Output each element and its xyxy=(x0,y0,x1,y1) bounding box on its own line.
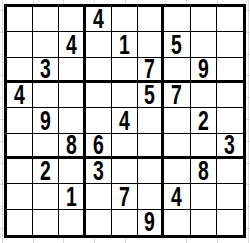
given-digit: 9 xyxy=(40,108,51,133)
cell-r3c8[interactable]: 9 xyxy=(191,58,217,83)
cell-r9c5[interactable] xyxy=(112,210,138,235)
given-digit: 3 xyxy=(224,134,235,159)
given-digit: 1 xyxy=(66,184,77,209)
cell-r9c7[interactable] xyxy=(164,210,190,235)
given-digit: 5 xyxy=(172,32,183,57)
cell-r3c6[interactable]: 7 xyxy=(138,58,164,83)
cell-r5c5[interactable]: 4 xyxy=(112,108,138,133)
cell-r7c8[interactable]: 8 xyxy=(191,159,217,184)
cell-r4c9[interactable] xyxy=(217,83,243,108)
cell-r7c6[interactable] xyxy=(138,159,164,184)
cell-r9c3[interactable] xyxy=(59,210,85,235)
cell-r6c6[interactable] xyxy=(138,134,164,159)
cell-r1c4[interactable]: 4 xyxy=(86,7,112,32)
cell-r8c4[interactable] xyxy=(86,184,112,209)
given-digit: 6 xyxy=(93,134,104,159)
cell-r4c2[interactable] xyxy=(33,83,59,108)
cell-r3c7[interactable] xyxy=(164,58,190,83)
cell-r8c3[interactable]: 1 xyxy=(59,184,85,209)
given-digit: 7 xyxy=(172,83,183,108)
cell-r9c1[interactable] xyxy=(7,210,33,235)
cell-r2c8[interactable] xyxy=(191,32,217,57)
cell-r7c7[interactable] xyxy=(164,159,190,184)
cell-r6c4[interactable]: 6 xyxy=(86,134,112,159)
cell-r4c8[interactable] xyxy=(191,83,217,108)
cell-r9c9[interactable] xyxy=(217,210,243,235)
given-digit: 9 xyxy=(144,210,155,235)
cell-r5c6[interactable] xyxy=(138,108,164,133)
cell-r9c8[interactable] xyxy=(191,210,217,235)
cell-r2c1[interactable] xyxy=(7,32,33,57)
cell-r1c9[interactable] xyxy=(217,7,243,32)
cell-r2c2[interactable] xyxy=(33,32,59,57)
cell-r6c2[interactable] xyxy=(33,134,59,159)
cell-r6c7[interactable] xyxy=(164,134,190,159)
cell-r4c4[interactable] xyxy=(86,83,112,108)
given-digit: 4 xyxy=(66,32,77,57)
cell-r2c7[interactable]: 5 xyxy=(164,32,190,57)
cell-r3c9[interactable] xyxy=(217,58,243,83)
cell-r7c2[interactable]: 2 xyxy=(33,159,59,184)
cell-r2c5[interactable]: 1 xyxy=(112,32,138,57)
cell-r7c9[interactable] xyxy=(217,159,243,184)
cell-r5c9[interactable] xyxy=(217,108,243,133)
cell-r8c6[interactable] xyxy=(138,184,164,209)
given-digit: 8 xyxy=(198,159,209,184)
given-digit: 2 xyxy=(198,108,209,133)
given-digit: 7 xyxy=(119,184,130,209)
cell-r8c5[interactable]: 7 xyxy=(112,184,138,209)
cell-r3c4[interactable] xyxy=(86,58,112,83)
cell-r9c6[interactable]: 9 xyxy=(138,210,164,235)
cell-r3c1[interactable] xyxy=(7,58,33,83)
given-digit: 8 xyxy=(66,134,77,159)
given-digit: 3 xyxy=(40,58,51,83)
cell-r8c1[interactable] xyxy=(7,184,33,209)
cell-r7c3[interactable] xyxy=(59,159,85,184)
cell-r1c6[interactable] xyxy=(138,7,164,32)
cell-r4c7[interactable]: 7 xyxy=(164,83,190,108)
cell-r4c3[interactable] xyxy=(59,83,85,108)
cell-r1c3[interactable] xyxy=(59,7,85,32)
cell-r3c3[interactable] xyxy=(59,58,85,83)
given-digit: 1 xyxy=(119,32,130,57)
cell-r4c1[interactable]: 4 xyxy=(7,83,33,108)
given-digit: 4 xyxy=(93,7,104,32)
cell-r5c4[interactable] xyxy=(86,108,112,133)
given-digit: 4 xyxy=(119,108,130,133)
cell-r6c8[interactable] xyxy=(191,134,217,159)
given-digit: 3 xyxy=(93,159,104,184)
cell-r2c3[interactable]: 4 xyxy=(59,32,85,57)
cell-r9c4[interactable] xyxy=(86,210,112,235)
given-digit: 5 xyxy=(144,83,155,108)
cell-r8c8[interactable] xyxy=(191,184,217,209)
given-digit: 2 xyxy=(40,159,51,184)
given-digit: 4 xyxy=(14,83,25,108)
cell-r5c7[interactable] xyxy=(164,108,190,133)
cell-r8c9[interactable] xyxy=(217,184,243,209)
cell-r5c8[interactable]: 2 xyxy=(191,108,217,133)
given-digit: 9 xyxy=(198,58,209,83)
cell-r8c7[interactable]: 4 xyxy=(164,184,190,209)
cell-r1c5[interactable] xyxy=(112,7,138,32)
cell-r3c5[interactable] xyxy=(112,58,138,83)
cell-r5c3[interactable] xyxy=(59,108,85,133)
sudoku-board: 44153794579428632381749 xyxy=(4,4,246,238)
cell-r7c5[interactable] xyxy=(112,159,138,184)
cell-r2c6[interactable] xyxy=(138,32,164,57)
cell-r4c5[interactable] xyxy=(112,83,138,108)
cell-r7c1[interactable] xyxy=(7,159,33,184)
cell-r5c1[interactable] xyxy=(7,108,33,133)
cell-r1c8[interactable] xyxy=(191,7,217,32)
cell-r2c4[interactable] xyxy=(86,32,112,57)
cell-r1c2[interactable] xyxy=(33,7,59,32)
cell-r6c9[interactable]: 3 xyxy=(217,134,243,159)
cell-r1c1[interactable] xyxy=(7,7,33,32)
cell-r6c3[interactable]: 8 xyxy=(59,134,85,159)
cell-r6c5[interactable] xyxy=(112,134,138,159)
given-digit: 7 xyxy=(144,58,155,83)
cell-r1c7[interactable] xyxy=(164,7,190,32)
cell-r5c2[interactable]: 9 xyxy=(33,108,59,133)
given-digit: 4 xyxy=(172,184,183,209)
cell-r2c9[interactable] xyxy=(217,32,243,57)
cell-r6c1[interactable] xyxy=(7,134,33,159)
cell-r8c2[interactable] xyxy=(33,184,59,209)
cell-r4c6[interactable]: 5 xyxy=(138,83,164,108)
cell-r7c4[interactable]: 3 xyxy=(86,159,112,184)
cell-r3c2[interactable]: 3 xyxy=(33,58,59,83)
cell-r9c2[interactable] xyxy=(33,210,59,235)
